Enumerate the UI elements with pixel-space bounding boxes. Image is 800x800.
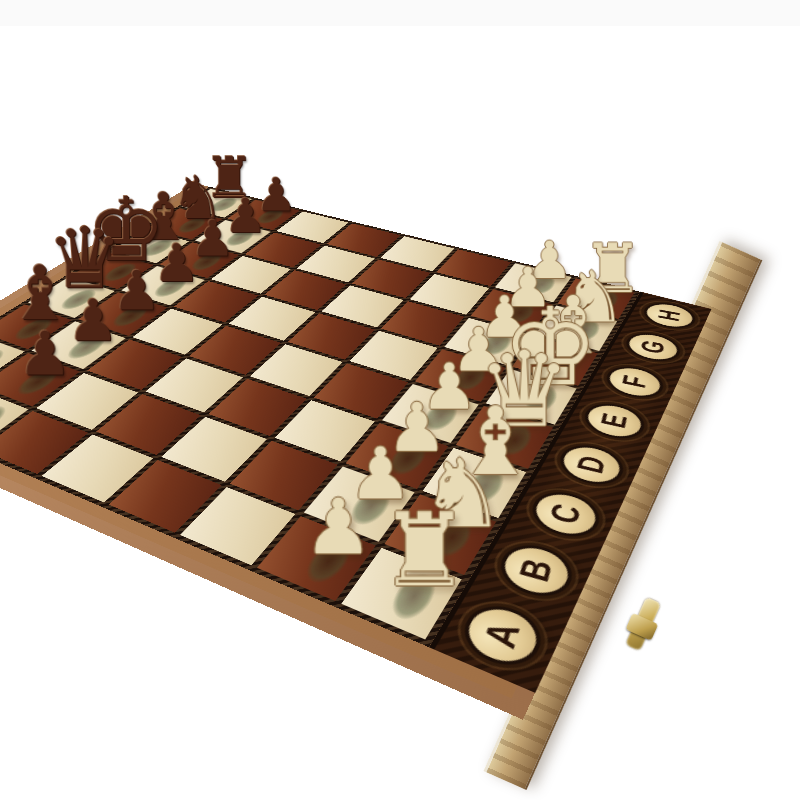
black-pawn-d7: ♟ — [113, 263, 162, 318]
backdrop — [0, 0, 800, 26]
product-photo: ♜♞♝♛♚♝♞♜♟♟♟♟♟♟♟♟♟♟♟♟♟♟♟♟♜♞♝♛♚♝♞♜ ABCDEFG… — [0, 0, 800, 800]
file-label-h: H — [639, 299, 700, 333]
file-label-text: E — [594, 410, 635, 431]
brass-clasp-icon — [613, 589, 671, 669]
file-label-a: A — [453, 597, 550, 676]
file-label-text: H — [652, 308, 687, 324]
file-label-text: C — [542, 500, 589, 528]
white-rook-a1: ♜ — [380, 499, 471, 601]
file-label-text: F — [615, 373, 654, 391]
file-label-b: B — [491, 537, 581, 606]
black-pawn-c7: ♟ — [68, 292, 120, 349]
chess-board: ♜♞♝♛♚♝♞♜♟♟♟♟♟♟♟♟♟♟♟♟♟♟♟♟♜♞♝♛♚♝♞♜ ABCDEFG… — [0, 183, 711, 719]
file-label-d: D — [552, 439, 630, 492]
file-label-text: B — [511, 554, 562, 586]
file-label-c: C — [524, 485, 607, 545]
white-pawn-a2: ♟ — [304, 488, 373, 565]
file-label-text: A — [475, 617, 530, 654]
black-pawn-b7: ♟ — [18, 324, 72, 385]
file-label-f: F — [600, 361, 668, 403]
black-pawn-a7: ♟ — [0, 359, 20, 423]
file-label-text: G — [634, 338, 671, 356]
file-label-text: D — [569, 452, 613, 476]
file-label-g: G — [620, 328, 685, 366]
file-label-e: E — [578, 398, 651, 445]
